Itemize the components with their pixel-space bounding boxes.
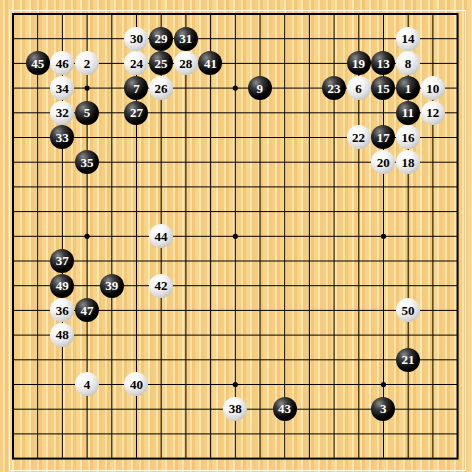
stone-white-40[interactable]: 40 [124,372,148,396]
stone-white-4[interactable]: 4 [75,372,99,396]
stone-black-13[interactable]: 13 [371,51,395,75]
go-board[interactable]: 1234567891011121314151617181920212223242… [0,0,472,472]
stone-white-38[interactable]: 38 [223,397,247,421]
stone-black-21[interactable]: 21 [396,348,420,372]
stone-white-46[interactable]: 46 [50,51,74,75]
stone-white-10[interactable]: 10 [421,76,445,100]
stone-white-30[interactable]: 30 [124,27,148,51]
stone-black-31[interactable]: 31 [174,27,198,51]
stone-white-34[interactable]: 34 [50,76,74,100]
stone-black-33[interactable]: 33 [50,125,74,149]
stone-black-43[interactable]: 43 [273,397,297,421]
stone-white-14[interactable]: 14 [396,27,420,51]
stone-black-27[interactable]: 27 [124,101,148,125]
stone-white-36[interactable]: 36 [50,298,74,322]
stone-white-44[interactable]: 44 [149,224,173,248]
stone-white-20[interactable]: 20 [371,150,395,174]
stone-white-48[interactable]: 48 [50,323,74,347]
stone-white-18[interactable]: 18 [396,150,420,174]
stone-white-50[interactable]: 50 [396,298,420,322]
stone-black-19[interactable]: 19 [347,51,371,75]
stone-white-32[interactable]: 32 [50,101,74,125]
stone-black-5[interactable]: 5 [75,101,99,125]
stone-white-22[interactable]: 22 [347,125,371,149]
stone-white-2[interactable]: 2 [75,51,99,75]
stone-black-9[interactable]: 9 [248,76,272,100]
stone-white-6[interactable]: 6 [347,76,371,100]
stone-white-28[interactable]: 28 [174,51,198,75]
stone-white-42[interactable]: 42 [149,274,173,298]
stone-black-39[interactable]: 39 [100,274,124,298]
stone-white-12[interactable]: 12 [421,101,445,125]
stones-layer: 1234567891011121314151617181920212223242… [1,2,470,471]
stone-black-1[interactable]: 1 [396,76,420,100]
stone-black-45[interactable]: 45 [26,51,50,75]
stone-black-3[interactable]: 3 [371,397,395,421]
stone-black-37[interactable]: 37 [50,249,74,273]
stone-black-29[interactable]: 29 [149,27,173,51]
stone-black-15[interactable]: 15 [371,76,395,100]
stone-black-47[interactable]: 47 [75,298,99,322]
stone-black-7[interactable]: 7 [124,76,148,100]
stone-black-35[interactable]: 35 [75,150,99,174]
stone-black-41[interactable]: 41 [198,51,222,75]
stone-black-17[interactable]: 17 [371,125,395,149]
stone-black-25[interactable]: 25 [149,51,173,75]
stone-white-8[interactable]: 8 [396,51,420,75]
stone-white-26[interactable]: 26 [149,76,173,100]
go-app-window: 1234567891011121314151617181920212223242… [0,0,472,472]
stone-black-11[interactable]: 11 [396,101,420,125]
stone-black-49[interactable]: 49 [50,274,74,298]
stone-black-23[interactable]: 23 [322,76,346,100]
stone-white-16[interactable]: 16 [396,125,420,149]
stone-white-24[interactable]: 24 [124,51,148,75]
